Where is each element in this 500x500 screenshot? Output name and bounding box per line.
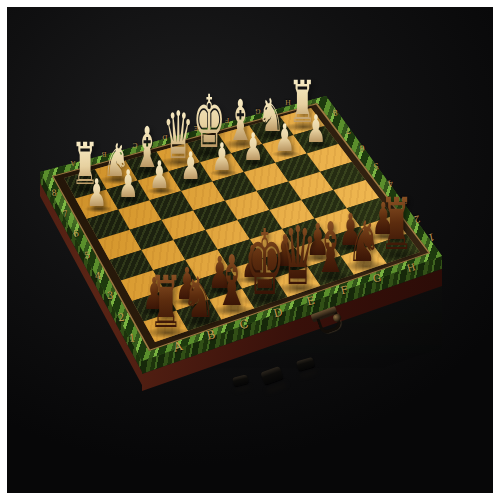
- product-photo-scene: 1122334455667788AABBCCDDEEFFGGHH♜♞♝♛♚♝♞♜…: [0, 0, 500, 500]
- coord-rank-left-8: 8: [50, 188, 56, 197]
- coord-rank-right-2: 2: [413, 214, 421, 225]
- piece-light-pawn-g7[interactable]: ♟: [274, 133, 295, 156]
- coord-rank-left-6: 6: [73, 229, 80, 239]
- piece-dark-queen-e1[interactable]: ♛: [279, 248, 317, 291]
- piece-dark-rook-h1[interactable]: ♜: [380, 220, 414, 258]
- piece-light-pawn-a7[interactable]: ♟: [86, 188, 107, 211]
- piece-light-pawn-f7[interactable]: ♟: [243, 142, 264, 165]
- piece-dark-rook-a1[interactable]: ♜: [149, 297, 183, 335]
- piece-dark-knight-g1[interactable]: ♞: [347, 231, 381, 269]
- piece-light-pawn-d7[interactable]: ♟: [180, 161, 201, 184]
- loose-hardware-1[interactable]: [232, 374, 249, 386]
- coord-rank-right-1: 1: [427, 232, 435, 243]
- piece-light-pawn-h7[interactable]: ♟: [305, 124, 326, 147]
- chessboard: 1122334455667788AABBCCDDEEFFGGHH♜♞♝♛♚♝♞♜…: [0, 0, 500, 500]
- coord-rank-right-8: 8: [331, 108, 337, 117]
- coord-rank-left-3: 3: [106, 291, 113, 302]
- coord-rank-left-7: 7: [62, 209, 68, 218]
- piece-light-pawn-e7[interactable]: ♟: [212, 152, 233, 175]
- coord-rank-left-5: 5: [84, 250, 91, 260]
- coord-rank-right-6: 6: [359, 143, 366, 152]
- piece-dark-bishop-f1[interactable]: ♝: [313, 241, 348, 280]
- coord-rank-right-7: 7: [345, 126, 352, 135]
- piece-light-pawn-c7[interactable]: ♟: [149, 170, 170, 193]
- coord-rank-left-2: 2: [117, 311, 125, 322]
- coord-rank-right-5: 5: [372, 161, 379, 171]
- piece-light-pawn-b7[interactable]: ♟: [118, 179, 139, 202]
- coord-rank-left-1: 1: [128, 332, 136, 343]
- piece-dark-knight-b1[interactable]: ♞: [182, 286, 216, 324]
